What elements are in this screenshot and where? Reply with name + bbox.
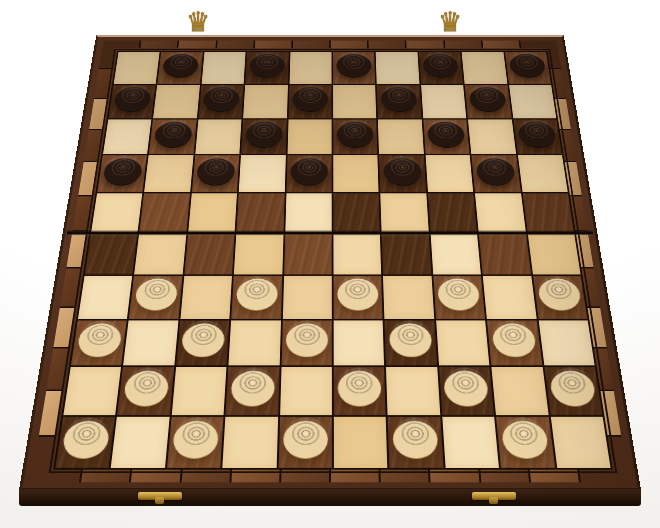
checker-piece-dark[interactable]: ●: [475, 156, 516, 182]
square-r3c8[interactable]: ●: [423, 119, 470, 154]
checker-piece-light[interactable]: ●: [338, 367, 382, 400]
border-band-segment: [73, 196, 92, 230]
square-r5c9[interactable]: [475, 193, 525, 232]
border-band-segment: [281, 469, 329, 482]
square-r6c7[interactable]: [382, 233, 431, 274]
checker-piece-dark[interactable]: ●: [468, 85, 507, 108]
square-r9c4[interactable]: ●: [226, 367, 280, 415]
checker-piece-light[interactable]: ●: [62, 417, 111, 452]
checker-piece-dark[interactable]: ●: [196, 156, 236, 182]
square-r1c4[interactable]: ●: [245, 52, 288, 84]
brass-latch-icon: [472, 492, 516, 500]
square-r6c9[interactable]: [479, 233, 531, 274]
checker-piece-light[interactable]: ●: [230, 367, 275, 400]
piece-glyph: ●: [282, 320, 330, 352]
piece-glyph: ●: [227, 367, 278, 400]
piece-glyph: ●: [534, 276, 585, 306]
square-r7c2[interactable]: ●: [129, 276, 182, 319]
piece-glyph: ●: [151, 119, 196, 143]
border-band-segment: [78, 162, 96, 195]
square-r4c9[interactable]: ●: [472, 155, 521, 192]
piece-glyph: ●: [505, 52, 548, 74]
piece-glyph: ●: [59, 417, 115, 452]
piece-glyph: ●: [440, 367, 492, 400]
border-band-segment: [293, 41, 330, 49]
square-r4c3[interactable]: ●: [192, 155, 240, 192]
square-r3c4[interactable]: ●: [241, 119, 286, 154]
piece-glyph: ●: [334, 52, 375, 74]
playing-area: ●●●●●●●●●●●●●●●●●●●●●●●●●●●●●●●●●●●●●●●●: [55, 52, 610, 468]
checker-piece-light[interactable]: ●: [491, 320, 537, 352]
square-r8c5[interactable]: ●: [281, 320, 332, 366]
checker-piece-light[interactable]: ●: [392, 417, 438, 452]
square-r4c8[interactable]: [425, 155, 473, 192]
square-r2c1[interactable]: ●: [108, 85, 155, 118]
piece-glyph: ●: [178, 320, 228, 352]
checker-piece-dark[interactable]: ●: [516, 119, 556, 143]
square-r6c3[interactable]: [184, 233, 234, 274]
checker-piece-dark[interactable]: ●: [203, 85, 241, 108]
border-band-segment: [46, 348, 68, 389]
border-band-segment: [84, 130, 102, 161]
piece-glyph: ●: [194, 156, 239, 182]
square-r10c1[interactable]: ●: [55, 417, 115, 468]
checker-piece-light[interactable]: ●: [437, 276, 480, 306]
square-r5c1[interactable]: [91, 193, 142, 232]
square-r10c7[interactable]: ●: [388, 417, 443, 468]
border-band-segment: [331, 469, 379, 482]
square-r5c7[interactable]: [381, 193, 429, 232]
square-r5c3[interactable]: [188, 193, 237, 232]
square-r3c2[interactable]: ●: [149, 119, 197, 154]
checker-piece-dark[interactable]: ●: [113, 85, 152, 108]
piece-glyph: ●: [120, 367, 173, 400]
piece-glyph: ●: [472, 156, 518, 182]
piece-glyph: ●: [386, 320, 435, 352]
piece-glyph: ●: [111, 85, 155, 108]
checker-piece-light[interactable]: ●: [500, 417, 549, 452]
square-r4c2[interactable]: [144, 155, 193, 192]
piece-glyph: ●: [200, 85, 243, 108]
border-band-segment: [480, 469, 529, 482]
square-r5c2[interactable]: [140, 193, 190, 232]
border-band-segment: [53, 308, 74, 347]
checker-piece-light[interactable]: ●: [285, 320, 328, 352]
checker-piece-light[interactable]: ●: [77, 320, 123, 352]
checker-piece-light[interactable]: ●: [283, 417, 328, 452]
piece-glyph: ●: [334, 119, 377, 143]
brass-hinge-icon: ♛: [438, 6, 462, 37]
square-r10c9[interactable]: ●: [496, 417, 555, 468]
border-band-segment: [94, 69, 111, 98]
piece-glyph: ●: [334, 276, 381, 306]
square-r4c5[interactable]: ●: [286, 155, 332, 192]
piece-glyph: ●: [378, 85, 420, 108]
border-band-segment: [430, 469, 479, 482]
square-r7c10[interactable]: ●: [533, 276, 588, 319]
square-r5c6[interactable]: [333, 193, 380, 232]
piece-glyph: ●: [389, 417, 441, 452]
checker-piece-light[interactable]: ●: [548, 367, 596, 400]
border-band-segment: [369, 41, 406, 49]
border-band-segment: [39, 391, 61, 435]
square-r2c7[interactable]: ●: [377, 85, 421, 118]
checker-piece-dark[interactable]: ●: [422, 52, 459, 74]
piece-glyph: ●: [287, 156, 331, 182]
checker-piece-light[interactable]: ●: [172, 417, 219, 452]
border-band-segment: [381, 469, 429, 482]
checker-piece-light[interactable]: ●: [181, 320, 226, 352]
square-r8c3[interactable]: ●: [176, 320, 229, 366]
square-r7c6[interactable]: ●: [334, 276, 383, 319]
square-r4c1[interactable]: ●: [97, 155, 147, 192]
board-front-edge: [19, 489, 641, 506]
piece-glyph: ●: [74, 320, 126, 352]
piece-glyph: ●: [545, 367, 599, 400]
square-r10c5[interactable]: ●: [278, 417, 332, 468]
border-band-segment: [60, 269, 80, 307]
piece-glyph: ●: [100, 156, 147, 182]
checker-piece-light[interactable]: ●: [443, 367, 489, 400]
border-band-segment: [529, 469, 578, 482]
border-band-segment: [89, 99, 106, 129]
piece-glyph: ●: [289, 85, 330, 108]
piece-glyph: ●: [380, 156, 424, 182]
checker-piece-dark[interactable]: ●: [154, 119, 194, 143]
square-r5c4[interactable]: [237, 193, 285, 232]
square-r6c1[interactable]: [85, 233, 138, 274]
piece-glyph: ●: [280, 417, 331, 452]
piece-glyph: ●: [335, 367, 385, 400]
square-r10c10[interactable]: [550, 417, 610, 468]
square-r1c8[interactable]: ●: [419, 52, 463, 84]
brass-hinge-icon: ♛: [186, 6, 210, 37]
square-r5c10[interactable]: [522, 193, 574, 232]
brass-latch-icon: [138, 492, 182, 500]
square-r7c8[interactable]: ●: [433, 276, 485, 319]
square-r1c10[interactable]: ●: [505, 52, 551, 84]
checker-piece-dark[interactable]: ●: [337, 119, 374, 143]
checker-piece-dark[interactable]: ●: [290, 156, 328, 182]
piece-glyph: ●: [233, 276, 281, 306]
square-r4c10[interactable]: [518, 155, 568, 192]
square-r3c10[interactable]: ●: [513, 119, 562, 154]
piece-glyph: ●: [169, 417, 222, 452]
square-r10c2[interactable]: [111, 417, 169, 468]
piece-glyph: ●: [488, 320, 539, 352]
square-r5c8[interactable]: [428, 193, 477, 232]
square-r4c4[interactable]: [239, 155, 286, 192]
square-r10c6[interactable]: [334, 417, 388, 468]
piece-glyph: ●: [434, 276, 483, 306]
checker-piece-light[interactable]: ●: [536, 276, 581, 306]
checker-piece-light[interactable]: ●: [134, 276, 178, 306]
piece-glyph: ●: [514, 119, 560, 143]
checker-piece-light[interactable]: ●: [337, 276, 379, 306]
square-r7c4[interactable]: ●: [231, 276, 282, 319]
piece-glyph: ●: [160, 52, 203, 74]
square-r9c6[interactable]: ●: [334, 367, 386, 415]
square-r1c6[interactable]: ●: [333, 52, 375, 84]
square-r2c5[interactable]: ●: [288, 85, 331, 118]
piece-glyph: ●: [497, 417, 552, 452]
piece-glyph: ●: [132, 276, 182, 306]
checker-piece-dark[interactable]: ●: [249, 52, 285, 74]
checker-piece-dark[interactable]: ●: [426, 119, 465, 143]
checker-piece-dark[interactable]: ●: [383, 156, 422, 182]
square-r2c9[interactable]: ●: [465, 85, 512, 118]
border-band-segment: [231, 469, 279, 482]
piece-glyph: ●: [420, 52, 462, 74]
border-band-segment: [131, 469, 180, 482]
checker-piece-dark[interactable]: ●: [508, 52, 546, 74]
square-r1c2[interactable]: ●: [158, 52, 203, 84]
border-band-segment: [99, 41, 116, 69]
checker-piece-dark[interactable]: ●: [102, 156, 143, 182]
square-r9c10[interactable]: ●: [544, 367, 602, 415]
square-r2c3[interactable]: ●: [198, 85, 243, 118]
square-r8c9[interactable]: ●: [487, 320, 542, 366]
square-r3c6[interactable]: ●: [333, 119, 377, 154]
square-r4c7[interactable]: ●: [379, 155, 426, 192]
fold-seam: [67, 230, 594, 235]
checker-piece-dark[interactable]: ●: [292, 85, 328, 108]
checker-piece-light[interactable]: ●: [236, 276, 278, 306]
piece-glyph: ●: [424, 119, 468, 143]
checker-piece-light[interactable]: ●: [389, 320, 433, 352]
photo-scene: ♛ ♛ ●●●●●●●●●●●●●●●●●●●●●●●●●●●●●●●●●●●●…: [0, 0, 660, 528]
piece-glyph: ●: [466, 85, 510, 108]
checker-piece-dark[interactable]: ●: [162, 52, 200, 74]
square-r8c1[interactable]: ●: [71, 320, 127, 366]
border-band-segment: [181, 469, 230, 482]
square-r9c2[interactable]: ●: [117, 367, 174, 415]
piece-glyph: ●: [247, 52, 288, 74]
square-r8c7[interactable]: ●: [385, 320, 437, 366]
border-band-segment: [66, 232, 86, 268]
square-r5c5[interactable]: [285, 193, 332, 232]
checker-piece-light[interactable]: ●: [123, 367, 170, 400]
square-r10c4[interactable]: [222, 417, 277, 468]
square-r6c5[interactable]: [284, 233, 332, 274]
piece-glyph: ●: [243, 119, 286, 143]
square-r10c8[interactable]: [442, 417, 499, 468]
square-r10c3[interactable]: ●: [167, 417, 224, 468]
checker-piece-dark[interactable]: ●: [336, 52, 372, 74]
border-band-bottom: [31, 469, 628, 482]
border-band-segment: [81, 469, 130, 482]
square-r4c6[interactable]: [333, 155, 379, 192]
checker-piece-dark[interactable]: ●: [245, 119, 283, 143]
checker-piece-dark[interactable]: ●: [380, 85, 417, 108]
square-r9c8[interactable]: ●: [439, 367, 494, 415]
draughts-board: ●●●●●●●●●●●●●●●●●●●●●●●●●●●●●●●●●●●●●●●●: [19, 35, 641, 490]
